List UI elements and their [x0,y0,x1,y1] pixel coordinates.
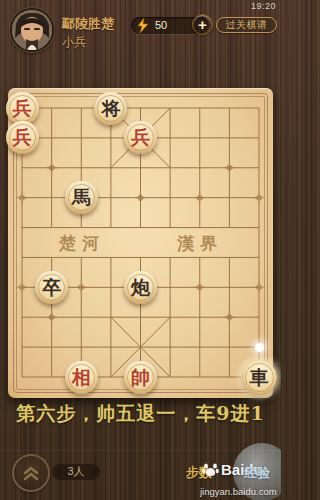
pass-level-manual-button[interactable]: 过关棋谱 [216,17,277,33]
piece-red-elephant[interactable]: 相 [65,361,98,394]
piece-red-soldier[interactable]: 兵 [6,92,39,125]
piece-black-soldier[interactable]: 卒 [35,271,68,304]
player-rank: 小兵 [62,34,86,51]
player-avatar[interactable] [10,8,54,52]
piece-black-general[interactable]: 将 [94,92,127,125]
watermark-url: jingyan.baidu.com [200,486,280,497]
watermark-suffix: 经验 [244,464,270,482]
piece-character: 相 [72,368,91,387]
player-name: 鄢陵胜楚 [62,15,114,33]
energy-value: 50 [155,19,167,31]
piece-character: 馬 [72,188,91,207]
last-move-origin-dot [255,343,264,352]
xiangqi-board[interactable]: 楚河 漢界 兵兵将兵馬卒炮相帥車 [8,88,273,398]
piece-character: 兵 [13,128,32,147]
move-annotation: 第六步，帅五退一，车9进1 [0,401,281,427]
piece-character: 兵 [131,128,150,147]
piece-character: 帥 [131,368,150,387]
footer-divider [0,450,281,451]
piece-black-horse[interactable]: 馬 [65,181,98,214]
status-clock: 19:20 [251,1,276,11]
double-chevron-up-icon [21,465,41,482]
piece-character: 卒 [42,278,61,297]
paw-icon [202,462,219,478]
lightning-icon [137,18,149,33]
river-label-left: 楚河 [58,233,105,253]
piece-black-chariot[interactable]: 車 [242,360,277,395]
players-count-badge[interactable]: 3人 [52,464,100,480]
add-energy-button[interactable]: + [192,14,213,35]
piece-character: 車 [250,368,269,387]
piece-character: 将 [101,99,120,118]
avatar-portrait-icon [12,10,52,50]
piece-black-cannon[interactable]: 炮 [124,271,157,304]
piece-character: 炮 [131,278,150,297]
river-label-right: 漢界 [176,233,223,253]
piece-red-general[interactable]: 帥 [124,361,157,394]
piece-red-soldier[interactable]: 兵 [6,121,39,154]
expand-panel-button[interactable] [12,454,50,492]
piece-character: 兵 [13,99,32,118]
